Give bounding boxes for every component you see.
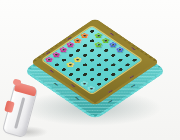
base-ornament-icon: ~ — [128, 83, 138, 90]
peg-tool — [2, 82, 39, 138]
base-ornament-icon: ~ — [106, 98, 116, 105]
product-photo: ~ ~ ~ ~ ~ ~ ~ ~ ~ ~ ~ ~ ✿✿✿✿✿✿✿✿✿✿✿✿✿✿✿ — [0, 0, 180, 140]
